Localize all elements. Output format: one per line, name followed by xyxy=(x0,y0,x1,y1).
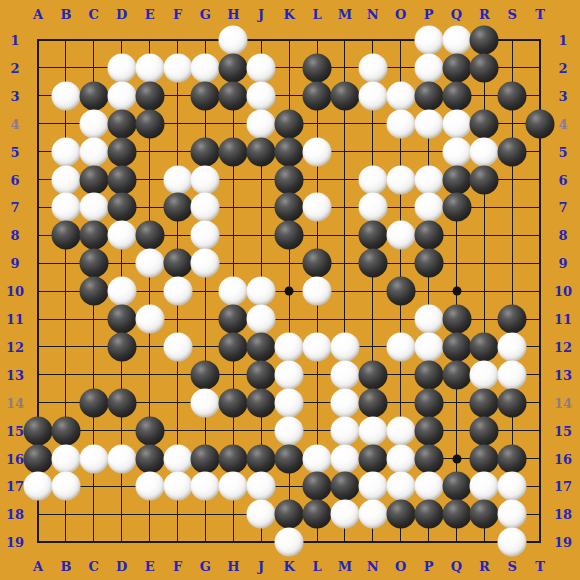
point-A1[interactable] xyxy=(24,26,52,54)
point-C19[interactable] xyxy=(80,528,108,556)
point-B18[interactable] xyxy=(52,500,80,528)
white-stone-F2[interactable] xyxy=(163,53,192,82)
black-stone-H5[interactable] xyxy=(219,137,248,166)
point-C18[interactable] xyxy=(80,500,108,528)
point-A14[interactable] xyxy=(24,389,52,417)
black-stone-M17[interactable] xyxy=(330,472,359,501)
white-stone-P1[interactable] xyxy=(414,26,443,55)
point-L19[interactable] xyxy=(303,528,331,556)
black-stone-E8[interactable] xyxy=(135,221,164,250)
point-C1[interactable] xyxy=(80,26,108,54)
black-stone-D5[interactable] xyxy=(107,137,136,166)
point-H15[interactable] xyxy=(219,417,247,445)
point-N5[interactable] xyxy=(359,138,387,166)
black-stone-E3[interactable] xyxy=(135,81,164,110)
white-stone-J2[interactable] xyxy=(247,53,276,82)
point-Q15[interactable] xyxy=(443,417,471,445)
white-stone-L10[interactable] xyxy=(303,277,332,306)
black-stone-P13[interactable] xyxy=(414,360,443,389)
point-D19[interactable] xyxy=(108,528,136,556)
point-A9[interactable] xyxy=(24,249,52,277)
point-E6[interactable] xyxy=(136,166,164,194)
black-stone-N8[interactable] xyxy=(358,221,387,250)
point-T9[interactable] xyxy=(526,249,554,277)
black-stone-F9[interactable] xyxy=(163,249,192,278)
point-G1[interactable] xyxy=(191,26,219,54)
point-F8[interactable] xyxy=(164,221,192,249)
point-N11[interactable] xyxy=(359,305,387,333)
white-stone-S12[interactable] xyxy=(498,332,527,361)
white-stone-F16[interactable] xyxy=(163,444,192,473)
black-stone-K16[interactable] xyxy=(275,444,304,473)
white-stone-J11[interactable] xyxy=(247,305,276,334)
point-T17[interactable] xyxy=(526,472,554,500)
white-stone-N2[interactable] xyxy=(358,53,387,82)
point-G12[interactable] xyxy=(191,333,219,361)
point-H13[interactable] xyxy=(219,361,247,389)
white-stone-K14[interactable] xyxy=(275,388,304,417)
white-stone-H1[interactable] xyxy=(219,26,248,55)
point-L13[interactable] xyxy=(303,361,331,389)
white-stone-D2[interactable] xyxy=(107,53,136,82)
black-stone-S5[interactable] xyxy=(498,137,527,166)
point-F4[interactable] xyxy=(164,110,192,138)
white-stone-E11[interactable] xyxy=(135,305,164,334)
white-stone-F6[interactable] xyxy=(163,165,192,194)
black-stone-P15[interactable] xyxy=(414,416,443,445)
point-B13[interactable] xyxy=(52,361,80,389)
white-stone-D3[interactable] xyxy=(107,81,136,110)
white-stone-K12[interactable] xyxy=(275,332,304,361)
point-O5[interactable] xyxy=(387,138,415,166)
point-T2[interactable] xyxy=(526,54,554,82)
white-stone-G2[interactable] xyxy=(191,53,220,82)
white-stone-C4[interactable] xyxy=(79,109,108,138)
point-T19[interactable] xyxy=(526,528,554,556)
black-stone-O18[interactable] xyxy=(386,500,415,529)
black-stone-Q18[interactable] xyxy=(442,500,471,529)
point-T8[interactable] xyxy=(526,221,554,249)
point-C11[interactable] xyxy=(80,305,108,333)
white-stone-M18[interactable] xyxy=(330,500,359,529)
point-G19[interactable] xyxy=(191,528,219,556)
black-stone-L2[interactable] xyxy=(303,53,332,82)
point-O14[interactable] xyxy=(387,389,415,417)
black-stone-J5[interactable] xyxy=(247,137,276,166)
white-stone-N15[interactable] xyxy=(358,416,387,445)
black-stone-H3[interactable] xyxy=(219,81,248,110)
white-stone-J4[interactable] xyxy=(247,109,276,138)
black-stone-D7[interactable] xyxy=(107,193,136,222)
point-T18[interactable] xyxy=(526,500,554,528)
point-G15[interactable] xyxy=(191,417,219,445)
black-stone-C10[interactable] xyxy=(79,277,108,306)
point-B19[interactable] xyxy=(52,528,80,556)
point-T11[interactable] xyxy=(526,305,554,333)
black-stone-S3[interactable] xyxy=(498,81,527,110)
black-stone-B15[interactable] xyxy=(51,416,80,445)
point-B10[interactable] xyxy=(52,277,80,305)
point-M19[interactable] xyxy=(331,528,359,556)
point-M7[interactable] xyxy=(331,193,359,221)
point-L11[interactable] xyxy=(303,305,331,333)
white-stone-N18[interactable] xyxy=(358,500,387,529)
white-stone-C5[interactable] xyxy=(79,137,108,166)
black-stone-P8[interactable] xyxy=(414,221,443,250)
black-stone-S11[interactable] xyxy=(498,305,527,334)
black-stone-A16[interactable] xyxy=(24,444,53,473)
point-D13[interactable] xyxy=(108,361,136,389)
point-M11[interactable] xyxy=(331,305,359,333)
black-stone-H16[interactable] xyxy=(219,444,248,473)
black-stone-G5[interactable] xyxy=(191,137,220,166)
white-stone-O4[interactable] xyxy=(386,109,415,138)
white-stone-B17[interactable] xyxy=(51,472,80,501)
white-stone-N3[interactable] xyxy=(358,81,387,110)
point-G4[interactable] xyxy=(191,110,219,138)
point-L6[interactable] xyxy=(303,166,331,194)
white-stone-O3[interactable] xyxy=(386,81,415,110)
point-O2[interactable] xyxy=(387,54,415,82)
black-stone-C3[interactable] xyxy=(79,81,108,110)
point-L1[interactable] xyxy=(303,26,331,54)
point-A7[interactable] xyxy=(24,193,52,221)
black-stone-S16[interactable] xyxy=(498,444,527,473)
black-stone-D11[interactable] xyxy=(107,305,136,334)
white-stone-S19[interactable] xyxy=(498,528,527,557)
point-H19[interactable] xyxy=(219,528,247,556)
black-stone-Q13[interactable] xyxy=(442,360,471,389)
point-E10[interactable] xyxy=(136,277,164,305)
black-stone-D12[interactable] xyxy=(107,332,136,361)
point-J7[interactable] xyxy=(247,193,275,221)
point-K2[interactable] xyxy=(275,54,303,82)
black-stone-L3[interactable] xyxy=(303,81,332,110)
black-stone-P9[interactable] xyxy=(414,249,443,278)
point-M1[interactable] xyxy=(331,26,359,54)
point-J6[interactable] xyxy=(247,166,275,194)
black-stone-O10[interactable] xyxy=(386,277,415,306)
black-stone-R14[interactable] xyxy=(470,388,499,417)
point-E13[interactable] xyxy=(136,361,164,389)
white-stone-O17[interactable] xyxy=(386,472,415,501)
point-T6[interactable] xyxy=(526,166,554,194)
black-stone-Q11[interactable] xyxy=(442,305,471,334)
point-C15[interactable] xyxy=(80,417,108,445)
white-stone-O8[interactable] xyxy=(386,221,415,250)
point-Q16[interactable] xyxy=(443,445,471,473)
white-stone-F17[interactable] xyxy=(163,472,192,501)
white-stone-K15[interactable] xyxy=(275,416,304,445)
white-stone-P7[interactable] xyxy=(414,193,443,222)
point-H4[interactable] xyxy=(219,110,247,138)
point-A6[interactable] xyxy=(24,166,52,194)
point-G10[interactable] xyxy=(191,277,219,305)
white-stone-J3[interactable] xyxy=(247,81,276,110)
point-P10[interactable] xyxy=(415,277,443,305)
white-stone-P2[interactable] xyxy=(414,53,443,82)
point-E14[interactable] xyxy=(136,389,164,417)
white-stone-L16[interactable] xyxy=(303,444,332,473)
white-stone-S18[interactable] xyxy=(498,500,527,529)
point-A19[interactable] xyxy=(24,528,52,556)
point-D9[interactable] xyxy=(108,249,136,277)
point-A3[interactable] xyxy=(24,82,52,110)
black-stone-J16[interactable] xyxy=(247,444,276,473)
point-L15[interactable] xyxy=(303,417,331,445)
black-stone-H12[interactable] xyxy=(219,332,248,361)
black-stone-L17[interactable] xyxy=(303,472,332,501)
point-D15[interactable] xyxy=(108,417,136,445)
black-stone-P18[interactable] xyxy=(414,500,443,529)
point-T10[interactable] xyxy=(526,277,554,305)
point-S4[interactable] xyxy=(498,110,526,138)
point-M6[interactable] xyxy=(331,166,359,194)
white-stone-P4[interactable] xyxy=(414,109,443,138)
white-stone-F10[interactable] xyxy=(163,277,192,306)
black-stone-R6[interactable] xyxy=(470,165,499,194)
point-R8[interactable] xyxy=(470,221,498,249)
white-stone-C7[interactable] xyxy=(79,193,108,222)
white-stone-K13[interactable] xyxy=(275,360,304,389)
point-C17[interactable] xyxy=(80,472,108,500)
white-stone-G8[interactable] xyxy=(191,221,220,250)
black-stone-E16[interactable] xyxy=(135,444,164,473)
point-F15[interactable] xyxy=(164,417,192,445)
point-T1[interactable] xyxy=(526,26,554,54)
point-D18[interactable] xyxy=(108,500,136,528)
point-Q8[interactable] xyxy=(443,221,471,249)
black-stone-K18[interactable] xyxy=(275,500,304,529)
point-R19[interactable] xyxy=(470,528,498,556)
point-Q14[interactable] xyxy=(443,389,471,417)
point-D17[interactable] xyxy=(108,472,136,500)
black-stone-Q2[interactable] xyxy=(442,53,471,82)
point-A12[interactable] xyxy=(24,333,52,361)
point-G11[interactable] xyxy=(191,305,219,333)
black-stone-C14[interactable] xyxy=(79,388,108,417)
point-Q19[interactable] xyxy=(443,528,471,556)
black-stone-S14[interactable] xyxy=(498,388,527,417)
white-stone-R5[interactable] xyxy=(470,137,499,166)
white-stone-Q4[interactable] xyxy=(442,109,471,138)
white-stone-J17[interactable] xyxy=(247,472,276,501)
point-R3[interactable] xyxy=(470,82,498,110)
white-stone-G7[interactable] xyxy=(191,193,220,222)
black-stone-L9[interactable] xyxy=(303,249,332,278)
white-stone-B7[interactable] xyxy=(51,193,80,222)
point-A11[interactable] xyxy=(24,305,52,333)
point-D1[interactable] xyxy=(108,26,136,54)
white-stone-L7[interactable] xyxy=(303,193,332,222)
black-stone-M3[interactable] xyxy=(330,81,359,110)
point-L14[interactable] xyxy=(303,389,331,417)
black-stone-P14[interactable] xyxy=(414,388,443,417)
black-stone-D14[interactable] xyxy=(107,388,136,417)
point-O9[interactable] xyxy=(387,249,415,277)
point-E12[interactable] xyxy=(136,333,164,361)
point-B12[interactable] xyxy=(52,333,80,361)
point-R10[interactable] xyxy=(470,277,498,305)
black-stone-Q6[interactable] xyxy=(442,165,471,194)
black-stone-R1[interactable] xyxy=(470,26,499,55)
white-stone-M15[interactable] xyxy=(330,416,359,445)
white-stone-Q5[interactable] xyxy=(442,137,471,166)
white-stone-F12[interactable] xyxy=(163,332,192,361)
point-O7[interactable] xyxy=(387,193,415,221)
black-stone-K5[interactable] xyxy=(275,137,304,166)
point-T15[interactable] xyxy=(526,417,554,445)
point-S8[interactable] xyxy=(498,221,526,249)
black-stone-R16[interactable] xyxy=(470,444,499,473)
point-B2[interactable] xyxy=(52,54,80,82)
point-K1[interactable] xyxy=(275,26,303,54)
point-F11[interactable] xyxy=(164,305,192,333)
white-stone-R13[interactable] xyxy=(470,360,499,389)
point-L8[interactable] xyxy=(303,221,331,249)
point-N1[interactable] xyxy=(359,26,387,54)
black-stone-K7[interactable] xyxy=(275,193,304,222)
point-T12[interactable] xyxy=(526,333,554,361)
point-F13[interactable] xyxy=(164,361,192,389)
white-stone-P12[interactable] xyxy=(414,332,443,361)
point-S2[interactable] xyxy=(498,54,526,82)
point-A4[interactable] xyxy=(24,110,52,138)
point-O1[interactable] xyxy=(387,26,415,54)
black-stone-E4[interactable] xyxy=(135,109,164,138)
point-F3[interactable] xyxy=(164,82,192,110)
point-S15[interactable] xyxy=(498,417,526,445)
white-stone-R17[interactable] xyxy=(470,472,499,501)
white-stone-J18[interactable] xyxy=(247,500,276,529)
point-K10[interactable] xyxy=(275,277,303,305)
point-A8[interactable] xyxy=(24,221,52,249)
black-stone-T4[interactable] xyxy=(526,109,555,138)
white-stone-D10[interactable] xyxy=(107,277,136,306)
point-A13[interactable] xyxy=(24,361,52,389)
black-stone-R4[interactable] xyxy=(470,109,499,138)
white-stone-S13[interactable] xyxy=(498,360,527,389)
white-stone-M13[interactable] xyxy=(330,360,359,389)
white-stone-O16[interactable] xyxy=(386,444,415,473)
black-stone-J12[interactable] xyxy=(247,332,276,361)
point-F18[interactable] xyxy=(164,500,192,528)
point-E1[interactable] xyxy=(136,26,164,54)
point-P5[interactable] xyxy=(415,138,443,166)
white-stone-D8[interactable] xyxy=(107,221,136,250)
black-stone-Q3[interactable] xyxy=(442,81,471,110)
point-P19[interactable] xyxy=(415,528,443,556)
black-stone-G13[interactable] xyxy=(191,360,220,389)
point-F19[interactable] xyxy=(164,528,192,556)
point-T3[interactable] xyxy=(526,82,554,110)
point-F1[interactable] xyxy=(164,26,192,54)
black-stone-C8[interactable] xyxy=(79,221,108,250)
point-T13[interactable] xyxy=(526,361,554,389)
black-stone-D6[interactable] xyxy=(107,165,136,194)
black-stone-N16[interactable] xyxy=(358,444,387,473)
white-stone-S17[interactable] xyxy=(498,472,527,501)
black-stone-B8[interactable] xyxy=(51,221,80,250)
black-stone-A15[interactable] xyxy=(24,416,53,445)
black-stone-H11[interactable] xyxy=(219,305,248,334)
point-S1[interactable] xyxy=(498,26,526,54)
white-stone-M14[interactable] xyxy=(330,388,359,417)
white-stone-L5[interactable] xyxy=(303,137,332,166)
point-O11[interactable] xyxy=(387,305,415,333)
point-H6[interactable] xyxy=(219,166,247,194)
white-stone-N7[interactable] xyxy=(358,193,387,222)
white-stone-E9[interactable] xyxy=(135,249,164,278)
black-stone-L18[interactable] xyxy=(303,500,332,529)
point-J15[interactable] xyxy=(247,417,275,445)
point-J8[interactable] xyxy=(247,221,275,249)
point-N12[interactable] xyxy=(359,333,387,361)
point-B14[interactable] xyxy=(52,389,80,417)
white-stone-J10[interactable] xyxy=(247,277,276,306)
point-K9[interactable] xyxy=(275,249,303,277)
point-A2[interactable] xyxy=(24,54,52,82)
white-stone-O15[interactable] xyxy=(386,416,415,445)
point-E18[interactable] xyxy=(136,500,164,528)
white-stone-G6[interactable] xyxy=(191,165,220,194)
white-stone-M12[interactable] xyxy=(330,332,359,361)
black-stone-K4[interactable] xyxy=(275,109,304,138)
white-stone-D16[interactable] xyxy=(107,444,136,473)
white-stone-C16[interactable] xyxy=(79,444,108,473)
point-K11[interactable] xyxy=(275,305,303,333)
point-A5[interactable] xyxy=(24,138,52,166)
black-stone-N13[interactable] xyxy=(358,360,387,389)
black-stone-E15[interactable] xyxy=(135,416,164,445)
point-T7[interactable] xyxy=(526,193,554,221)
black-stone-P16[interactable] xyxy=(414,444,443,473)
point-H9[interactable] xyxy=(219,249,247,277)
white-stone-M16[interactable] xyxy=(330,444,359,473)
point-S7[interactable] xyxy=(498,193,526,221)
white-stone-L12[interactable] xyxy=(303,332,332,361)
black-stone-H14[interactable] xyxy=(219,388,248,417)
point-H18[interactable] xyxy=(219,500,247,528)
point-H8[interactable] xyxy=(219,221,247,249)
point-T16[interactable] xyxy=(526,445,554,473)
point-A18[interactable] xyxy=(24,500,52,528)
point-R9[interactable] xyxy=(470,249,498,277)
point-J19[interactable] xyxy=(247,528,275,556)
point-E19[interactable] xyxy=(136,528,164,556)
white-stone-O12[interactable] xyxy=(386,332,415,361)
black-stone-J13[interactable] xyxy=(247,360,276,389)
point-M8[interactable] xyxy=(331,221,359,249)
white-stone-N6[interactable] xyxy=(358,165,387,194)
black-stone-C6[interactable] xyxy=(79,165,108,194)
black-stone-Q12[interactable] xyxy=(442,332,471,361)
black-stone-Q7[interactable] xyxy=(442,193,471,222)
white-stone-H17[interactable] xyxy=(219,472,248,501)
point-L4[interactable] xyxy=(303,110,331,138)
white-stone-B16[interactable] xyxy=(51,444,80,473)
black-stone-R15[interactable] xyxy=(470,416,499,445)
point-Q10[interactable] xyxy=(443,277,471,305)
point-A10[interactable] xyxy=(24,277,52,305)
point-K17[interactable] xyxy=(275,472,303,500)
white-stone-Q1[interactable] xyxy=(442,26,471,55)
black-stone-N9[interactable] xyxy=(358,249,387,278)
white-stone-B5[interactable] xyxy=(51,137,80,166)
black-stone-R12[interactable] xyxy=(470,332,499,361)
white-stone-K19[interactable] xyxy=(275,528,304,557)
black-stone-N14[interactable] xyxy=(358,388,387,417)
